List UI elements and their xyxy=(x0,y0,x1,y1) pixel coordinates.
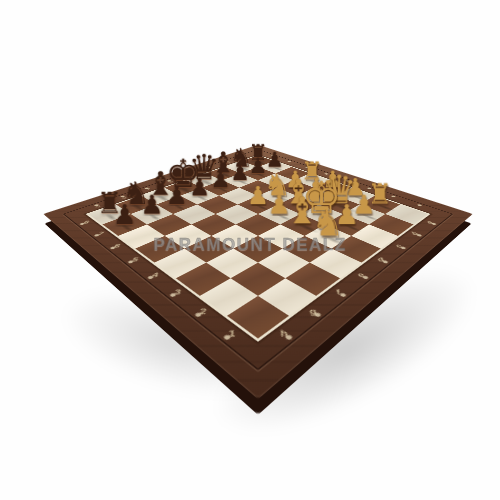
square xyxy=(258,278,316,316)
file-label: b xyxy=(411,231,420,236)
rank-label: 5 xyxy=(131,257,139,263)
inlay-dot xyxy=(285,334,293,340)
file-label: e xyxy=(357,272,365,279)
inlay-dot xyxy=(340,292,347,296)
file-label: g xyxy=(309,307,318,316)
square xyxy=(227,296,289,339)
inlay-dot xyxy=(431,222,436,225)
square xyxy=(236,214,280,236)
watermark-text: PARAMOUNT DEALZ xyxy=(153,235,346,255)
inlay-dot xyxy=(223,334,231,340)
square xyxy=(200,278,258,316)
file-label: f xyxy=(336,288,342,296)
inlay-dot xyxy=(362,275,368,279)
rank-label: 8 xyxy=(82,220,90,225)
rank-label: 2 xyxy=(199,307,207,316)
file-label: a xyxy=(426,220,434,225)
inlay-dot xyxy=(128,260,134,263)
inlay-dot xyxy=(382,260,388,263)
chessboard: aa8bb7cc6dd5ee4ff3gg2hh1 ♜♞♝♛♚♝♞♜♟♟♟♟♟♟♟… xyxy=(43,145,473,400)
square xyxy=(231,263,286,296)
rank-label: 1 xyxy=(228,329,236,339)
inlay-dot xyxy=(314,312,321,317)
rank-label: 4 xyxy=(151,272,159,279)
file-label: d xyxy=(377,257,386,263)
chess-piece-black-p: ♟ xyxy=(113,201,137,228)
inlay-dot xyxy=(110,246,116,249)
product-photo: aa8bb7cc6dd5ee4ff3gg2hh1 ♜♞♝♛♚♝♞♜♟♟♟♟♟♟♟… xyxy=(0,0,500,500)
inlay-dot xyxy=(148,275,154,279)
square xyxy=(285,263,340,296)
inlay-dot xyxy=(400,246,406,249)
square xyxy=(191,214,235,236)
rank-label: 7 xyxy=(97,231,105,236)
rank-label: 3 xyxy=(174,288,182,296)
inlay-dot xyxy=(80,222,85,225)
inlay-dot xyxy=(416,234,421,237)
inlay-dot xyxy=(170,292,177,296)
inlay-dot xyxy=(195,312,202,317)
square xyxy=(176,263,231,296)
rank-label: 6 xyxy=(113,243,121,249)
file-label: c xyxy=(395,243,403,249)
file-label: h xyxy=(280,329,288,339)
inlay-dot xyxy=(94,234,99,237)
